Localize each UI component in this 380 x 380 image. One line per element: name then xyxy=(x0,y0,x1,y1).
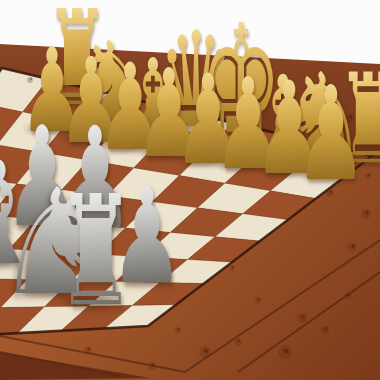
silver-rook-piece[interactable]: ♜ xyxy=(56,176,135,328)
chess-set-photo: ♜♞♝♟♛♟♚♟♝♟♞♟♟♜♟♟♝♟♟♞♜♟ xyxy=(0,0,380,380)
gold-pawn-piece[interactable]: ♟ xyxy=(295,69,367,199)
